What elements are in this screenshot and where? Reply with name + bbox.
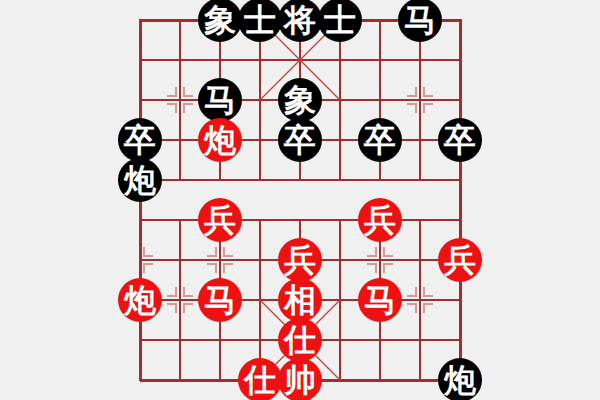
piece-black-elephant[interactable]: 象 xyxy=(278,78,322,122)
piece-red-general[interactable]: 帅 xyxy=(278,358,322,400)
piece-red-horse[interactable]: 马 xyxy=(358,278,402,322)
piece-red-elephant[interactable]: 相 xyxy=(278,278,322,322)
piece-black-soldier[interactable]: 卒 xyxy=(278,118,322,162)
piece-red-cannon[interactable]: 炮 xyxy=(118,278,162,322)
piece-black-soldier[interactable]: 卒 xyxy=(438,118,482,162)
piece-black-cannon[interactable]: 炮 xyxy=(118,158,162,202)
piece-red-soldier[interactable]: 兵 xyxy=(198,198,242,242)
piece-red-soldier[interactable]: 兵 xyxy=(438,238,482,282)
piece-black-horse[interactable]: 马 xyxy=(398,0,442,42)
piece-red-cannon[interactable]: 炮 xyxy=(198,118,242,162)
piece-red-soldier[interactable]: 兵 xyxy=(278,238,322,282)
piece-black-elephant[interactable]: 象 xyxy=(198,0,242,42)
piece-black-soldier[interactable]: 卒 xyxy=(118,118,162,162)
piece-red-advisor[interactable]: 仕 xyxy=(238,358,282,400)
piece-black-soldier[interactable]: 卒 xyxy=(358,118,402,162)
xiangqi-app: 象士将士马马象卒卒卒卒炮炮炮兵兵兵兵炮马相马仕仕帅 xyxy=(0,0,600,400)
piece-black-advisor[interactable]: 士 xyxy=(238,0,282,42)
piece-black-cannon[interactable]: 炮 xyxy=(438,358,482,400)
piece-black-general[interactable]: 将 xyxy=(278,0,322,42)
piece-red-soldier[interactable]: 兵 xyxy=(358,198,402,242)
piece-red-advisor[interactable]: 仕 xyxy=(278,318,322,362)
piece-red-horse[interactable]: 马 xyxy=(198,278,242,322)
piece-black-horse[interactable]: 马 xyxy=(198,78,242,122)
piece-black-advisor[interactable]: 士 xyxy=(318,0,362,42)
